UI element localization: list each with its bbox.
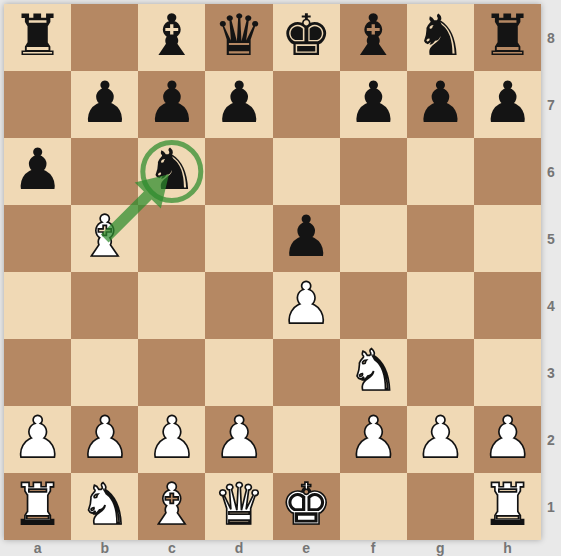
square-h5[interactable] bbox=[474, 205, 541, 272]
file-label-e: e bbox=[273, 540, 340, 556]
piece-black-knight[interactable]: ♞ bbox=[415, 7, 466, 64]
square-a5[interactable] bbox=[4, 205, 71, 272]
square-g7[interactable]: ♟ bbox=[407, 71, 474, 138]
square-d6[interactable] bbox=[205, 138, 272, 205]
rank-label-4: 4 bbox=[541, 272, 561, 339]
rank-label-7: 7 bbox=[541, 71, 561, 138]
square-f3[interactable]: ♞ bbox=[340, 339, 407, 406]
square-d5[interactable] bbox=[205, 205, 272, 272]
piece-white-king[interactable]: ♚ bbox=[281, 476, 332, 533]
piece-white-pawn[interactable]: ♟ bbox=[281, 275, 332, 332]
square-g1[interactable] bbox=[407, 473, 474, 540]
square-c5[interactable] bbox=[138, 205, 205, 272]
square-c6[interactable]: ♞ bbox=[138, 138, 205, 205]
square-a7[interactable] bbox=[4, 71, 71, 138]
square-d2[interactable]: ♟ bbox=[205, 406, 272, 473]
piece-black-pawn[interactable]: ♟ bbox=[79, 74, 130, 131]
square-h3[interactable] bbox=[474, 339, 541, 406]
piece-black-bishop[interactable]: ♝ bbox=[146, 7, 197, 64]
piece-white-queen[interactable]: ♛ bbox=[213, 476, 264, 533]
piece-white-pawn[interactable]: ♟ bbox=[415, 409, 466, 466]
piece-white-pawn[interactable]: ♟ bbox=[213, 409, 264, 466]
square-a3[interactable] bbox=[4, 339, 71, 406]
square-f4[interactable] bbox=[340, 272, 407, 339]
rank-label-8: 8 bbox=[541, 4, 561, 71]
rank-label-3: 3 bbox=[541, 339, 561, 406]
file-label-c: c bbox=[138, 540, 205, 556]
piece-black-king[interactable]: ♚ bbox=[281, 7, 332, 64]
chess-app-page: ♜♝♛♚♝♞♜♟♟♟♟♟♟♟♞♝♟♟♞♟♟♟♟♟♟♟♜♞♝♛♚♜ 8765432… bbox=[0, 0, 561, 556]
piece-white-rook[interactable]: ♜ bbox=[482, 476, 533, 533]
square-f8[interactable]: ♝ bbox=[340, 4, 407, 71]
piece-black-pawn[interactable]: ♟ bbox=[146, 74, 197, 131]
square-g2[interactable]: ♟ bbox=[407, 406, 474, 473]
square-e1[interactable]: ♚ bbox=[273, 473, 340, 540]
square-c8[interactable]: ♝ bbox=[138, 4, 205, 71]
rank-label-2: 2 bbox=[541, 406, 561, 473]
rank-label-1: 1 bbox=[541, 473, 561, 540]
square-c4[interactable] bbox=[138, 272, 205, 339]
square-f1[interactable] bbox=[340, 473, 407, 540]
rank-label-5: 5 bbox=[541, 205, 561, 272]
file-label-h: h bbox=[474, 540, 541, 556]
square-d1[interactable]: ♛ bbox=[205, 473, 272, 540]
square-d7[interactable]: ♟ bbox=[205, 71, 272, 138]
piece-white-pawn[interactable]: ♟ bbox=[482, 409, 533, 466]
square-f2[interactable]: ♟ bbox=[340, 406, 407, 473]
piece-black-pawn[interactable]: ♟ bbox=[415, 74, 466, 131]
square-e8[interactable]: ♚ bbox=[273, 4, 340, 71]
file-label-g: g bbox=[407, 540, 474, 556]
piece-white-bishop[interactable]: ♝ bbox=[79, 208, 130, 265]
square-g4[interactable] bbox=[407, 272, 474, 339]
square-c3[interactable] bbox=[138, 339, 205, 406]
square-g8[interactable]: ♞ bbox=[407, 4, 474, 71]
square-d4[interactable] bbox=[205, 272, 272, 339]
square-h8[interactable]: ♜ bbox=[474, 4, 541, 71]
square-b6[interactable] bbox=[71, 138, 138, 205]
file-label-f: f bbox=[340, 540, 407, 556]
file-label-a: a bbox=[4, 540, 71, 556]
piece-white-knight[interactable]: ♞ bbox=[79, 476, 130, 533]
square-e5[interactable]: ♟ bbox=[273, 205, 340, 272]
square-b3[interactable] bbox=[71, 339, 138, 406]
square-h1[interactable]: ♜ bbox=[474, 473, 541, 540]
square-e3[interactable] bbox=[273, 339, 340, 406]
square-a6[interactable]: ♟ bbox=[4, 138, 71, 205]
square-d3[interactable] bbox=[205, 339, 272, 406]
square-h7[interactable]: ♟ bbox=[474, 71, 541, 138]
square-d8[interactable]: ♛ bbox=[205, 4, 272, 71]
square-e2[interactable] bbox=[273, 406, 340, 473]
square-b8[interactable] bbox=[71, 4, 138, 71]
rank-coordinates: 87654321 bbox=[541, 4, 561, 540]
chess-board[interactable]: ♜♝♛♚♝♞♜♟♟♟♟♟♟♟♞♝♟♟♞♟♟♟♟♟♟♟♜♞♝♛♚♜ bbox=[4, 4, 541, 540]
square-c2[interactable]: ♟ bbox=[138, 406, 205, 473]
piece-white-bishop[interactable]: ♝ bbox=[146, 476, 197, 533]
square-a8[interactable]: ♜ bbox=[4, 4, 71, 71]
piece-black-pawn[interactable]: ♟ bbox=[281, 208, 332, 265]
piece-white-pawn[interactable]: ♟ bbox=[12, 409, 63, 466]
square-e7[interactable] bbox=[273, 71, 340, 138]
rank-label-6: 6 bbox=[541, 138, 561, 205]
piece-black-bishop[interactable]: ♝ bbox=[348, 7, 399, 64]
piece-black-rook[interactable]: ♜ bbox=[12, 7, 63, 64]
square-f5[interactable] bbox=[340, 205, 407, 272]
piece-black-pawn[interactable]: ♟ bbox=[482, 74, 533, 131]
square-e6[interactable] bbox=[273, 138, 340, 205]
piece-white-pawn[interactable]: ♟ bbox=[348, 409, 399, 466]
piece-white-pawn[interactable]: ♟ bbox=[146, 409, 197, 466]
piece-black-queen[interactable]: ♛ bbox=[213, 7, 264, 64]
file-label-d: d bbox=[205, 540, 272, 556]
square-b4[interactable] bbox=[71, 272, 138, 339]
square-a1[interactable]: ♜ bbox=[4, 473, 71, 540]
square-b7[interactable]: ♟ bbox=[71, 71, 138, 138]
square-g6[interactable] bbox=[407, 138, 474, 205]
file-coordinates: abcdefgh bbox=[4, 540, 541, 556]
square-c7[interactable]: ♟ bbox=[138, 71, 205, 138]
square-h6[interactable] bbox=[474, 138, 541, 205]
square-a4[interactable] bbox=[4, 272, 71, 339]
square-e4[interactable]: ♟ bbox=[273, 272, 340, 339]
piece-black-rook[interactable]: ♜ bbox=[482, 7, 533, 64]
piece-black-pawn[interactable]: ♟ bbox=[213, 74, 264, 131]
piece-black-pawn[interactable]: ♟ bbox=[12, 141, 63, 198]
file-label-b: b bbox=[71, 540, 138, 556]
square-b2[interactable]: ♟ bbox=[71, 406, 138, 473]
square-g3[interactable] bbox=[407, 339, 474, 406]
piece-black-knight[interactable]: ♞ bbox=[146, 141, 197, 198]
square-h2[interactable]: ♟ bbox=[474, 406, 541, 473]
square-a2[interactable]: ♟ bbox=[4, 406, 71, 473]
piece-white-pawn[interactable]: ♟ bbox=[79, 409, 130, 466]
square-h4[interactable] bbox=[474, 272, 541, 339]
piece-white-knight[interactable]: ♞ bbox=[348, 342, 399, 399]
square-b1[interactable]: ♞ bbox=[71, 473, 138, 540]
square-g5[interactable] bbox=[407, 205, 474, 272]
piece-white-rook[interactable]: ♜ bbox=[12, 476, 63, 533]
square-f6[interactable] bbox=[340, 138, 407, 205]
square-b5[interactable]: ♝ bbox=[71, 205, 138, 272]
square-f7[interactable]: ♟ bbox=[340, 71, 407, 138]
square-c1[interactable]: ♝ bbox=[138, 473, 205, 540]
piece-black-pawn[interactable]: ♟ bbox=[348, 74, 399, 131]
